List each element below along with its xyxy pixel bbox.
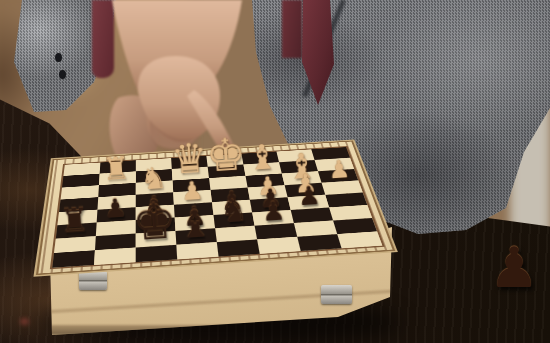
black-rook: ♜ — [58, 203, 90, 239]
square-h1 — [337, 231, 382, 248]
chess-board-3d: ♜♛♚♝♞♝♟♟♟♟♟♟♟♟♟♜♝♟♞♟♚♝ — [40, 94, 391, 318]
square-e7: ♚ — [208, 165, 246, 179]
square-f1 — [257, 237, 301, 254]
square-g2 — [294, 220, 337, 236]
square-d2: ♝ — [176, 228, 217, 245]
square-g3 — [291, 207, 333, 223]
square-h4 — [325, 192, 367, 207]
white-king: ♚ — [205, 132, 247, 179]
black-bishop: ♝ — [177, 205, 213, 244]
white-pawn: ♟ — [327, 157, 350, 183]
square-d1 — [176, 242, 218, 259]
black-king: ♚ — [131, 196, 178, 248]
black-pawn: ♟ — [261, 198, 286, 225]
square-b1 — [94, 248, 136, 265]
square-h6: ♟ — [318, 169, 358, 183]
square-e2 — [215, 226, 257, 242]
square-a3: ♜ — [56, 223, 97, 239]
chess-board: ♜♛♚♝♞♝♟♟♟♟♟♟♟♟♟♜♝♟♞♟♚♝ — [52, 147, 382, 268]
white-queen: ♛ — [170, 138, 209, 181]
square-b2 — [95, 234, 136, 251]
captured-black-pawn: ♟ — [489, 240, 539, 296]
square-e1 — [217, 239, 260, 256]
black-knight: ♞ — [219, 195, 249, 228]
square-e3: ♞ — [214, 212, 255, 228]
square-b7: ♜ — [99, 171, 136, 185]
carved-border-frame: ♜♛♚♝♞♝♟♟♟♟♟♟♟♟♟♜♝♟♞♟♚♝ — [33, 139, 397, 276]
black-pawn: ♟ — [103, 195, 128, 222]
square-c1 — [136, 245, 177, 262]
white-rook: ♜ — [101, 152, 131, 185]
square-h2 — [333, 218, 377, 234]
chess-photo-scene: ♜♛♚♝♞♝♟♟♟♟♟♟♟♟♟♜♝♟♞♟♚♝ ♟ — [0, 0, 550, 343]
square-a1 — [52, 250, 95, 268]
square-f3: ♟ — [252, 210, 294, 226]
square-c2: ♚ — [136, 231, 177, 248]
square-h3 — [329, 205, 372, 221]
square-g1 — [297, 234, 341, 251]
black-pawn: ♟ — [297, 183, 321, 210]
